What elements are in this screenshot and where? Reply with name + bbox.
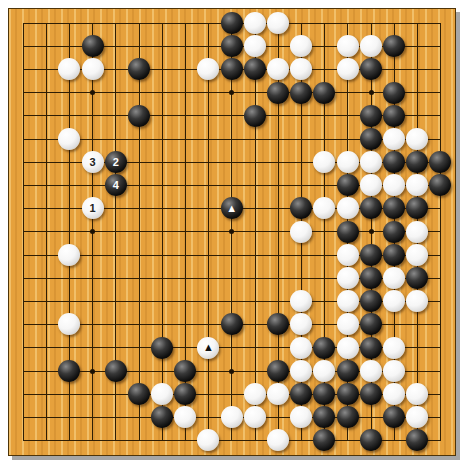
black-stone [267,313,289,335]
white-stone [337,151,359,173]
white-stone [58,58,80,80]
black-stone [406,429,428,451]
move-number-label: 1 [89,203,95,214]
black-stone [429,151,451,173]
black-stone: 2 [105,151,127,173]
black-stone: ▲ [221,197,243,219]
black-stone [151,337,173,359]
white-stone [406,406,428,428]
white-stone [406,290,428,312]
black-stone [383,406,405,428]
white-stone [406,383,428,405]
white-stone [313,151,335,173]
white-stone [383,360,405,382]
black-stone [406,267,428,289]
black-stone [360,244,382,266]
white-stone [313,197,335,219]
black-stone [221,35,243,57]
white-stone [290,58,312,80]
white-stone [383,128,405,150]
white-stone [337,267,359,289]
white-stone [337,337,359,359]
black-stone [244,58,266,80]
black-stone [360,383,382,405]
black-stone [429,174,451,196]
white-stone [360,151,382,173]
white-stone [58,313,80,335]
black-stone [221,12,243,34]
white-stone [58,244,80,266]
white-stone [267,12,289,34]
white-stone [244,383,266,405]
go-app-page: 3241▲▲ [0,0,465,465]
white-stone [406,174,428,196]
black-stone [128,383,150,405]
white-stone [244,35,266,57]
white-stone [290,360,312,382]
white-stone [406,221,428,243]
black-stone [360,267,382,289]
black-stone [105,360,127,382]
black-stone [128,58,150,80]
white-stone [290,35,312,57]
black-stone [337,174,359,196]
black-stone [174,360,196,382]
white-stone [337,244,359,266]
black-stone [383,244,405,266]
white-stone [290,313,312,335]
black-stone [383,35,405,57]
white-stone [267,58,289,80]
white-stone [290,337,312,359]
black-stone [313,337,335,359]
black-stone [151,406,173,428]
black-stone [58,360,80,382]
white-stone [267,383,289,405]
stones-grid: 3241▲▲ [11,11,452,452]
white-stone [383,337,405,359]
white-stone: 1 [82,197,104,219]
black-stone [406,151,428,173]
black-stone [383,221,405,243]
white-stone [244,406,266,428]
black-stone [360,290,382,312]
black-stone [221,313,243,335]
white-stone [383,383,405,405]
triangle-marker: ▲ [226,202,237,213]
white-stone [244,12,266,34]
black-stone [313,82,335,104]
white-stone [174,406,196,428]
black-stone [290,82,312,104]
white-stone [151,383,173,405]
white-stone [337,290,359,312]
black-stone [337,360,359,382]
black-stone: 4 [105,174,127,196]
white-stone [337,35,359,57]
white-stone [197,58,219,80]
black-stone [128,105,150,127]
black-stone [360,128,382,150]
black-stone [360,58,382,80]
white-stone [337,58,359,80]
black-stone [174,383,196,405]
black-stone [383,105,405,127]
white-stone [337,197,359,219]
black-stone [360,313,382,335]
move-number-label: 3 [89,157,95,168]
white-stone [360,360,382,382]
white-stone: ▲ [197,337,219,359]
white-stone [197,429,219,451]
white-stone [290,221,312,243]
black-stone [360,105,382,127]
black-stone [290,197,312,219]
white-stone [383,174,405,196]
black-stone [267,82,289,104]
white-stone [337,313,359,335]
white-stone [360,35,382,57]
black-stone [221,58,243,80]
black-stone [290,383,312,405]
white-stone [313,360,335,382]
white-stone [82,58,104,80]
white-stone [290,406,312,428]
black-stone [337,221,359,243]
black-stone [337,383,359,405]
triangle-marker: ▲ [203,342,214,353]
black-stone [383,151,405,173]
move-number-label: 4 [113,180,119,191]
black-stone [313,406,335,428]
white-stone: 3 [82,151,104,173]
white-stone [58,128,80,150]
black-stone [360,337,382,359]
black-stone [406,197,428,219]
white-stone [383,290,405,312]
black-stone [82,35,104,57]
black-stone [313,429,335,451]
black-stone [360,429,382,451]
black-stone [337,406,359,428]
black-stone [383,82,405,104]
white-stone [360,174,382,196]
black-stone [360,197,382,219]
white-stone [221,406,243,428]
black-stone [267,360,289,382]
white-stone [383,267,405,289]
move-number-label: 2 [113,157,119,168]
black-stone [244,105,266,127]
white-stone [267,429,289,451]
black-stone [313,383,335,405]
black-stone [383,197,405,219]
white-stone [406,244,428,266]
go-board[interactable]: 3241▲▲ [8,8,456,456]
white-stone [290,290,312,312]
white-stone [406,128,428,150]
